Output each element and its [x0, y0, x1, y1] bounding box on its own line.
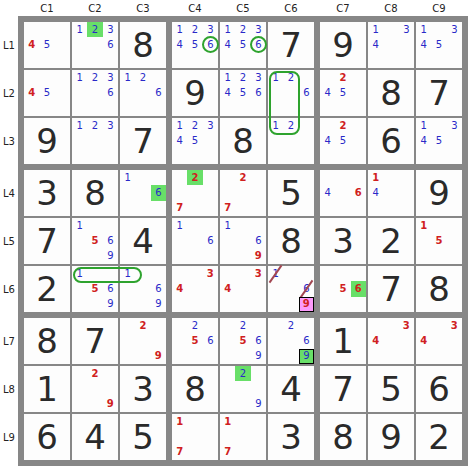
candidate-1[interactable]: 1: [72, 22, 87, 37]
cell-L6C8[interactable]: 7: [368, 266, 414, 312]
cell-L1C1[interactable]: 45: [24, 22, 70, 68]
solved-digit: 3: [24, 170, 70, 216]
solved-digit: 1: [320, 318, 366, 364]
solved-digit: 3: [268, 414, 314, 460]
solved-digit: 5: [268, 170, 314, 216]
cell-L8C8[interactable]: 5: [368, 366, 414, 412]
col-label-C6: C6: [284, 3, 297, 14]
solved-digit: 8: [368, 70, 414, 116]
candidate-2[interactable]: 2: [187, 118, 202, 133]
candidate-6[interactable]: 6: [151, 85, 166, 100]
candidate-3[interactable]: 3: [103, 118, 118, 133]
cell-L9C5[interactable]: 17: [220, 414, 266, 460]
candidate-6[interactable]: 6: [251, 333, 266, 348]
candidate-1[interactable]: 1: [220, 414, 235, 429]
candidate-4[interactable]: 4: [172, 133, 187, 148]
candidate-1[interactable]: 1: [120, 170, 135, 185]
solved-digit: 3: [320, 218, 366, 264]
candidate-7[interactable]: 7: [172, 445, 187, 460]
cell-L8C2[interactable]: 29: [72, 366, 118, 412]
cell-L6C4[interactable]: 34: [172, 266, 218, 312]
row-label-L8: L8: [3, 384, 15, 395]
solved-digit: 7: [24, 218, 70, 264]
cell-L5C9[interactable]: 15: [416, 218, 462, 264]
candidate-4[interactable]: 4: [368, 37, 383, 52]
cell-L7C6[interactable]: 269: [268, 318, 314, 364]
candidate-1[interactable]: 1: [172, 22, 187, 37]
solved-digit: 8: [268, 218, 314, 264]
candidate-2[interactable]: 2: [135, 70, 150, 85]
cell-L7C3[interactable]: 29: [120, 318, 166, 364]
candidate-3[interactable]: 3: [251, 22, 266, 37]
cell-L5C3[interactable]: 4: [120, 218, 166, 264]
cell-L6C9[interactable]: 8: [416, 266, 462, 312]
candidate-9[interactable]: 9: [103, 397, 118, 412]
candidate-1[interactable]: 1: [416, 118, 431, 133]
sudoku-app-window: { "game": "sudoku", "position": "..8..79…: [0, 0, 469, 468]
cell-L1C2[interactable]: 1236: [72, 22, 118, 68]
candidate-1[interactable]: 1: [416, 22, 431, 37]
cell-L2C5[interactable]: 123456: [220, 70, 266, 116]
solved-digit: 7: [120, 118, 166, 164]
cell-L8C1[interactable]: 1: [24, 366, 70, 412]
cell-L9C4[interactable]: 17: [172, 414, 218, 460]
candidate-9[interactable]: 9: [251, 397, 266, 412]
solved-digit: 2: [416, 414, 462, 460]
candidate-2[interactable]: 2: [87, 70, 102, 85]
candidate-2[interactable]: 2: [187, 22, 202, 37]
cell-L4C9[interactable]: 9: [416, 170, 462, 216]
cell-L4C6[interactable]: 5: [268, 170, 314, 216]
cell-L8C6[interactable]: 4: [268, 366, 314, 412]
candidate-2[interactable]: 2: [187, 318, 202, 333]
col-label-C8: C8: [384, 3, 397, 14]
cell-L1C6[interactable]: 7: [268, 22, 314, 68]
solved-digit: 4: [268, 366, 314, 412]
cell-L6C7[interactable]: 56: [320, 266, 366, 312]
candidate-6[interactable]: 6: [251, 37, 266, 52]
cell-L2C3[interactable]: 126: [120, 70, 166, 116]
candidate-2[interactable]: 2: [283, 118, 298, 133]
cell-L4C7[interactable]: 46: [320, 170, 366, 216]
candidate-3[interactable]: 3: [399, 22, 414, 37]
cell-L2C6[interactable]: 126: [268, 70, 314, 116]
cell-L7C7[interactable]: 1: [320, 318, 366, 364]
col-label-C4: C4: [188, 3, 201, 14]
candidate-3[interactable]: 3: [103, 70, 118, 85]
candidate-9[interactable]: 9: [251, 349, 266, 364]
candidate-5[interactable]: 5: [431, 37, 446, 52]
solved-digit: 7: [268, 22, 314, 68]
cell-L4C2[interactable]: 8: [72, 170, 118, 216]
candidate-6[interactable]: 6: [299, 333, 314, 348]
cell-L4C5[interactable]: 27: [220, 170, 266, 216]
candidate-4[interactable]: 4: [368, 185, 383, 200]
candidate-2[interactable]: 2: [135, 318, 150, 333]
cell-L1C8[interactable]: 134: [368, 22, 414, 68]
cell-L2C9[interactable]: 7: [416, 70, 462, 116]
cell-L5C7[interactable]: 3: [320, 218, 366, 264]
candidate-6[interactable]: 6: [151, 281, 166, 296]
candidate-3[interactable]: 3: [447, 318, 462, 333]
candidate-4[interactable]: 4: [416, 37, 431, 52]
solved-digit: 8: [24, 318, 70, 364]
cell-L3C5[interactable]: 8: [220, 118, 266, 164]
cell-L7C1[interactable]: 8: [24, 318, 70, 364]
candidate-1[interactable]: 1: [72, 266, 87, 281]
cell-L7C2[interactable]: 7: [72, 318, 118, 364]
solved-digit: 4: [72, 414, 118, 460]
cell-L8C9[interactable]: 6: [416, 366, 462, 412]
candidate-6[interactable]: 6: [299, 281, 314, 296]
candidate-1[interactable]: 1: [368, 170, 383, 185]
candidate-1[interactable]: 1: [368, 22, 383, 37]
candidate-5[interactable]: 5: [187, 133, 202, 148]
candidate-2[interactable]: 2: [235, 318, 250, 333]
row-label-L9: L9: [3, 432, 15, 443]
solved-digit: 7: [320, 366, 366, 412]
cell-L5C8[interactable]: 2: [368, 218, 414, 264]
cell-L6C1[interactable]: 2: [24, 266, 70, 312]
cell-L5C2[interactable]: 1569: [72, 218, 118, 264]
candidate-6[interactable]: 6: [103, 85, 118, 100]
candidate-6[interactable]: 6: [351, 281, 366, 296]
candidate-2[interactable]: 2: [335, 118, 350, 133]
solved-digit: 8: [220, 118, 266, 164]
candidate-1[interactable]: 1: [416, 218, 431, 233]
solved-digit: 2: [24, 266, 70, 312]
candidate-2[interactable]: 2: [283, 318, 298, 333]
cell-L9C1[interactable]: 6: [24, 414, 70, 460]
cell-L2C8[interactable]: 8: [368, 70, 414, 116]
candidate-4[interactable]: 4: [220, 37, 235, 52]
candidate-9[interactable]: 9: [251, 249, 266, 264]
cell-L3C9[interactable]: 1345: [416, 118, 462, 164]
cell-L3C1[interactable]: 9: [24, 118, 70, 164]
candidate-2[interactable]: 2: [87, 22, 102, 37]
candidate-9[interactable]: 9: [299, 349, 314, 364]
col-label-C5: C5: [236, 3, 249, 14]
row-label-L2: L2: [3, 88, 15, 99]
solved-digit: 2: [368, 218, 414, 264]
cell-L8C4[interactable]: 8: [172, 366, 218, 412]
candidate-9[interactable]: 9: [299, 297, 314, 312]
candidate-2[interactable]: 2: [187, 170, 202, 185]
candidate-3[interactable]: 3: [447, 22, 462, 37]
candidate-1[interactable]: 1: [120, 266, 135, 281]
candidate-1[interactable]: 1: [172, 118, 187, 133]
cell-L2C4[interactable]: 9: [172, 70, 218, 116]
col-label-C2: C2: [88, 3, 101, 14]
cell-L7C5[interactable]: 2569: [220, 318, 266, 364]
cell-L9C6[interactable]: 3: [268, 414, 314, 460]
candidate-5[interactable]: 5: [431, 233, 446, 248]
solved-digit: 8: [172, 366, 218, 412]
candidate-3[interactable]: 3: [251, 266, 266, 281]
solved-digit: 9: [320, 22, 366, 68]
solved-digit: 9: [24, 118, 70, 164]
solved-digit: 6: [416, 366, 462, 412]
cell-L4C1[interactable]: 3: [24, 170, 70, 216]
candidate-4[interactable]: 4: [368, 333, 383, 348]
cell-L5C1[interactable]: 7: [24, 218, 70, 264]
candidate-1[interactable]: 1: [268, 118, 283, 133]
candidate-6[interactable]: 6: [103, 233, 118, 248]
candidate-1[interactable]: 1: [72, 118, 87, 133]
cell-L3C6[interactable]: 12: [268, 118, 314, 164]
candidate-4[interactable]: 4: [220, 85, 235, 100]
candidate-9[interactable]: 9: [103, 297, 118, 312]
cell-L9C3[interactable]: 5: [120, 414, 166, 460]
candidate-6[interactable]: 6: [299, 85, 314, 100]
cell-L5C4[interactable]: 16: [172, 218, 218, 264]
cell-L3C8[interactable]: 6: [368, 118, 414, 164]
candidate-4[interactable]: 4: [220, 281, 235, 296]
candidate-7[interactable]: 7: [172, 201, 187, 216]
cell-L5C5[interactable]: 169: [220, 218, 266, 264]
solved-digit: 7: [368, 266, 414, 312]
cell-L8C7[interactable]: 7: [320, 366, 366, 412]
candidate-2[interactable]: 2: [335, 70, 350, 85]
candidate-5[interactable]: 5: [335, 281, 350, 296]
candidate-1[interactable]: 1: [268, 266, 283, 281]
cell-L8C3[interactable]: 3: [120, 366, 166, 412]
candidate-1[interactable]: 1: [72, 218, 87, 233]
candidate-5[interactable]: 5: [39, 37, 54, 52]
solved-digit: 5: [368, 366, 414, 412]
cell-L3C3[interactable]: 7: [120, 118, 166, 164]
solved-digit: 8: [320, 414, 366, 460]
row-label-L5: L5: [3, 236, 15, 247]
solved-digit: 8: [72, 170, 118, 216]
row-label-L4: L4: [3, 188, 15, 199]
candidate-9[interactable]: 9: [103, 249, 118, 264]
candidate-1[interactable]: 1: [120, 70, 135, 85]
cell-L2C1[interactable]: 45: [24, 70, 70, 116]
candidate-6[interactable]: 6: [151, 185, 166, 200]
cell-L4C4[interactable]: 27: [172, 170, 218, 216]
candidate-4[interactable]: 4: [24, 85, 39, 100]
candidate-2[interactable]: 2: [87, 366, 102, 381]
candidate-6[interactable]: 6: [203, 233, 218, 248]
sudoku-board: 4512368123456123456791341345451236126912…: [18, 16, 468, 466]
cell-L9C2[interactable]: 4: [72, 414, 118, 460]
candidate-4[interactable]: 4: [24, 37, 39, 52]
solved-digit: 9: [368, 414, 414, 460]
candidate-6[interactable]: 6: [251, 233, 266, 248]
solved-digit: 9: [172, 70, 218, 116]
solved-digit: 6: [24, 414, 70, 460]
cell-L2C7[interactable]: 245: [320, 70, 366, 116]
candidate-3[interactable]: 3: [447, 118, 462, 133]
cell-L7C8[interactable]: 34: [368, 318, 414, 364]
cell-L6C2[interactable]: 1569: [72, 266, 118, 312]
candidate-5[interactable]: 5: [335, 133, 350, 148]
cell-L9C9[interactable]: 2: [416, 414, 462, 460]
cell-L3C7[interactable]: 245: [320, 118, 366, 164]
cell-L6C5[interactable]: 34: [220, 266, 266, 312]
candidate-1[interactable]: 1: [220, 22, 235, 37]
cell-L1C7[interactable]: 9: [320, 22, 366, 68]
cell-L7C9[interactable]: 34: [416, 318, 462, 364]
candidate-2[interactable]: 2: [235, 366, 250, 381]
candidate-4[interactable]: 4: [172, 37, 187, 52]
candidate-6[interactable]: 6: [103, 281, 118, 296]
row-label-L3: L3: [3, 136, 15, 147]
solved-digit: 8: [120, 22, 166, 68]
cell-L1C3[interactable]: 8: [120, 22, 166, 68]
cell-L6C6[interactable]: 169: [268, 266, 314, 312]
col-label-C9: C9: [432, 3, 445, 14]
solved-digit: 8: [416, 266, 462, 312]
candidate-4[interactable]: 4: [320, 85, 335, 100]
candidate-1[interactable]: 1: [268, 70, 283, 85]
candidate-5[interactable]: 5: [235, 333, 250, 348]
cell-L7C4[interactable]: 256: [172, 318, 218, 364]
row-label-L6: L6: [3, 284, 15, 295]
cell-L3C2[interactable]: 123: [72, 118, 118, 164]
candidate-1[interactable]: 1: [220, 218, 235, 233]
candidate-9[interactable]: 9: [151, 297, 166, 312]
cell-L1C9[interactable]: 1345: [416, 22, 462, 68]
candidate-5[interactable]: 5: [39, 85, 54, 100]
candidate-2[interactable]: 2: [235, 170, 250, 185]
solved-digit: 1: [24, 366, 70, 412]
candidate-6[interactable]: 6: [351, 185, 366, 200]
cell-L2C2[interactable]: 1236: [72, 70, 118, 116]
cell-L9C7[interactable]: 8: [320, 414, 366, 460]
candidate-4[interactable]: 4: [416, 133, 431, 148]
candidate-3[interactable]: 3: [399, 318, 414, 333]
candidate-3[interactable]: 3: [103, 22, 118, 37]
col-label-C7: C7: [336, 3, 349, 14]
row-label-L7: L7: [3, 336, 15, 347]
candidate-1[interactable]: 1: [172, 218, 187, 233]
candidate-5[interactable]: 5: [187, 37, 202, 52]
candidate-5[interactable]: 5: [235, 85, 250, 100]
candidate-3[interactable]: 3: [203, 118, 218, 133]
col-label-C1: C1: [40, 3, 53, 14]
candidate-4[interactable]: 4: [172, 281, 187, 296]
candidate-6[interactable]: 6: [203, 333, 218, 348]
candidate-4[interactable]: 4: [320, 185, 335, 200]
candidate-4[interactable]: 4: [416, 333, 431, 348]
candidate-6[interactable]: 6: [251, 85, 266, 100]
candidate-4[interactable]: 4: [320, 133, 335, 148]
candidate-7[interactable]: 7: [220, 201, 235, 216]
candidate-5[interactable]: 5: [235, 37, 250, 52]
candidate-5[interactable]: 5: [187, 333, 202, 348]
candidate-5[interactable]: 5: [87, 281, 102, 296]
cell-L1C5[interactable]: 123456: [220, 22, 266, 68]
candidate-2[interactable]: 2: [283, 70, 298, 85]
candidate-3[interactable]: 3: [251, 70, 266, 85]
candidate-5[interactable]: 5: [431, 133, 446, 148]
solved-digit: 3: [120, 366, 166, 412]
candidate-1[interactable]: 1: [220, 70, 235, 85]
candidate-3[interactable]: 3: [203, 22, 218, 37]
candidate-2[interactable]: 2: [235, 70, 250, 85]
candidate-5[interactable]: 5: [87, 233, 102, 248]
candidate-2[interactable]: 2: [235, 22, 250, 37]
candidate-6[interactable]: 6: [103, 37, 118, 52]
solved-digit: 6: [368, 118, 414, 164]
candidate-1[interactable]: 1: [172, 414, 187, 429]
candidate-5[interactable]: 5: [335, 85, 350, 100]
cell-L8C5[interactable]: 29: [220, 366, 266, 412]
candidate-7[interactable]: 7: [220, 445, 235, 460]
solved-digit: 7: [72, 318, 118, 364]
cell-L6C3[interactable]: 169: [120, 266, 166, 312]
row-label-L1: L1: [3, 40, 15, 51]
solved-digit: 7: [416, 70, 462, 116]
solved-digit: 4: [120, 218, 166, 264]
cell-L3C4[interactable]: 12345: [172, 118, 218, 164]
cell-L9C8[interactable]: 9: [368, 414, 414, 460]
solved-digit: 9: [416, 170, 462, 216]
candidate-3[interactable]: 3: [203, 266, 218, 281]
cell-L4C8[interactable]: 14: [368, 170, 414, 216]
col-label-C3: C3: [136, 3, 149, 14]
candidate-6[interactable]: 6: [203, 37, 218, 52]
candidate-2[interactable]: 2: [87, 118, 102, 133]
cell-L1C4[interactable]: 123456: [172, 22, 218, 68]
candidate-9[interactable]: 9: [151, 349, 166, 364]
candidate-1[interactable]: 1: [72, 70, 87, 85]
cell-L4C3[interactable]: 16: [120, 170, 166, 216]
solved-digit: 5: [120, 414, 166, 460]
cell-L5C6[interactable]: 8: [268, 218, 314, 264]
